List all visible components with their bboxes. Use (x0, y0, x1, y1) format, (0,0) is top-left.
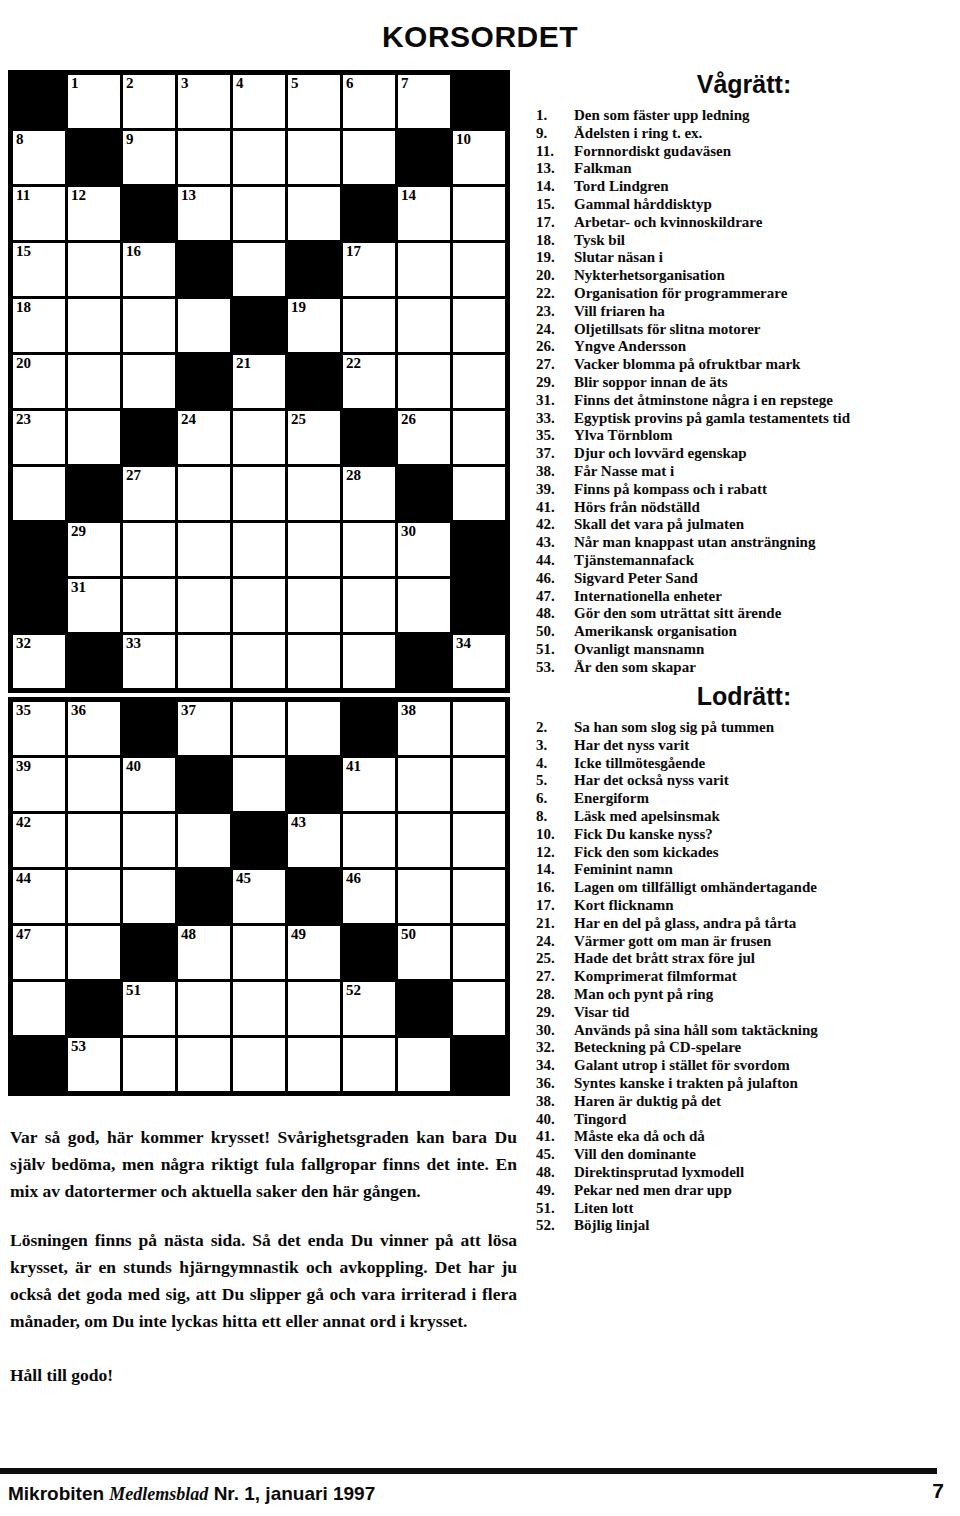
clue-number: 1. (528, 107, 574, 125)
white-cell[interactable] (288, 579, 340, 632)
white-cell[interactable]: 44 (13, 870, 65, 923)
black-cell (453, 579, 505, 632)
white-cell[interactable]: 49 (288, 926, 340, 979)
clue-text: Tingord (574, 1111, 960, 1129)
white-cell[interactable] (453, 702, 505, 755)
black-cell (453, 1038, 505, 1091)
white-cell[interactable] (68, 926, 120, 979)
white-cell[interactable]: 48 (178, 926, 230, 979)
white-cell[interactable]: 39 (13, 758, 65, 811)
white-cell[interactable]: 28 (343, 467, 395, 520)
clue-item: 40.Tingord (528, 1111, 960, 1129)
black-cell (233, 299, 285, 352)
cell-clue-number: 47 (16, 926, 31, 943)
clue-item: 23.Vill friaren ha (528, 303, 960, 321)
cell-clue-number: 11 (16, 187, 30, 204)
clue-text: Tord Lindgren (574, 178, 960, 196)
white-cell[interactable] (453, 467, 505, 520)
white-cell[interactable] (13, 982, 65, 1035)
clue-number: 11. (528, 143, 574, 161)
white-cell[interactable] (398, 355, 450, 408)
cell-clue-number: 3 (181, 75, 189, 92)
clue-item: 38.Får Nasse mat i (528, 463, 960, 481)
white-cell[interactable]: 34 (453, 635, 505, 688)
white-cell[interactable]: 13 (178, 187, 230, 240)
clue-number: 26. (528, 338, 574, 356)
clue-text: Ylva Törnblom (574, 427, 960, 445)
white-cell[interactable] (398, 814, 450, 867)
clue-item: 13.Falkman (528, 160, 960, 178)
white-cell[interactable] (343, 635, 395, 688)
white-cell[interactable]: 1 (68, 75, 120, 128)
clue-item: 14.Tord Lindgren (528, 178, 960, 196)
white-cell[interactable] (453, 926, 505, 979)
white-cell[interactable] (233, 926, 285, 979)
white-cell[interactable] (343, 523, 395, 576)
white-cell[interactable] (398, 579, 450, 632)
white-cell[interactable]: 37 (178, 702, 230, 755)
white-cell[interactable] (123, 523, 175, 576)
clue-item: 28.Man och pynt på ring (528, 986, 960, 1004)
clue-number: 9. (528, 125, 574, 143)
white-cell[interactable] (233, 702, 285, 755)
footer-rule (0, 1468, 937, 1474)
white-cell[interactable] (123, 814, 175, 867)
clue-text: Visar tid (574, 1004, 960, 1022)
white-cell[interactable]: 23 (13, 411, 65, 464)
clue-item: 46.Sigvard Peter Sand (528, 570, 960, 588)
white-cell[interactable]: 33 (123, 635, 175, 688)
white-cell[interactable]: 36 (68, 702, 120, 755)
clue-text: Fick Du kanske nyss? (574, 826, 960, 844)
white-cell[interactable]: 42 (13, 814, 65, 867)
clue-item: 9.Ädelsten i ring t. ex. (528, 125, 960, 143)
white-cell[interactable]: 15 (13, 243, 65, 296)
white-cell[interactable] (178, 814, 230, 867)
down-section: Lodrätt: 2.Sa han som slog sig på tummen… (528, 682, 960, 1235)
white-cell[interactable] (123, 355, 175, 408)
clue-text: Oljetillsats för slitna motorer (574, 321, 960, 339)
cell-clue-number: 15 (16, 243, 31, 260)
intro-paragraph-1: Var så god, här kommer krysset! Svårighe… (10, 1124, 517, 1205)
clue-text: Vacker blomma på ofruktbar mark (574, 356, 960, 374)
black-cell (288, 355, 340, 408)
white-cell[interactable] (233, 579, 285, 632)
cell-clue-number: 21 (236, 355, 251, 372)
white-cell[interactable] (288, 131, 340, 184)
cell-clue-number: 1 (71, 75, 79, 92)
white-cell[interactable]: 9 (123, 131, 175, 184)
white-cell[interactable] (288, 467, 340, 520)
clue-text: Syntes kanske i trakten på julafton (574, 1075, 960, 1093)
cell-clue-number: 20 (16, 355, 31, 372)
magazine-page: KORSORDET 123456789101112131415161718192… (0, 0, 960, 1516)
black-cell (68, 635, 120, 688)
cell-clue-number: 24 (181, 411, 196, 428)
clue-item: 20.Nykterhetsorganisation (528, 267, 960, 285)
clue-item: 48.Direktinsprutad lyxmodell (528, 1164, 960, 1182)
clue-text: Djur och lovvärd egenskap (574, 445, 960, 463)
white-cell[interactable] (453, 982, 505, 1035)
clue-item: 29.Blir soppor innan de äts (528, 374, 960, 392)
clue-text: Fornnordiskt gudaväsen (574, 143, 960, 161)
clue-text: Direktinsprutad lyxmodell (574, 1164, 960, 1182)
clue-number: 22. (528, 285, 574, 303)
white-cell[interactable]: 19 (288, 299, 340, 352)
white-cell[interactable] (178, 982, 230, 1035)
white-cell[interactable] (233, 1038, 285, 1091)
clue-text: Hörs från nödställd (574, 499, 960, 517)
white-cell[interactable]: 3 (178, 75, 230, 128)
cell-clue-number: 34 (456, 635, 471, 652)
black-cell (288, 243, 340, 296)
clue-number: 24. (528, 933, 574, 951)
white-cell[interactable] (233, 635, 285, 688)
white-cell[interactable]: 10 (453, 131, 505, 184)
white-cell[interactable] (178, 299, 230, 352)
cell-clue-number: 33 (126, 635, 141, 652)
white-cell[interactable]: 14 (398, 187, 450, 240)
clue-number: 36. (528, 1075, 574, 1093)
cell-clue-number: 23 (16, 411, 31, 428)
white-cell[interactable] (68, 758, 120, 811)
clue-number: 24. (528, 321, 574, 339)
cell-clue-number: 9 (126, 131, 134, 148)
white-cell[interactable] (453, 870, 505, 923)
clue-number: 4. (528, 755, 574, 773)
clue-item: 52.Böjlig linjal (528, 1217, 960, 1235)
clue-item: 24.Värmer gott om man är frusen (528, 933, 960, 951)
white-cell[interactable]: 38 (398, 702, 450, 755)
black-cell (13, 579, 65, 632)
cell-clue-number: 48 (181, 926, 196, 943)
white-cell[interactable]: 11 (13, 187, 65, 240)
black-cell (123, 187, 175, 240)
clue-text: Man och pynt på ring (574, 986, 960, 1004)
footer-imprint: Mikrobiten Medlemsblad Nr. 1, januari 19… (8, 1483, 375, 1505)
clue-number: 38. (528, 1093, 574, 1111)
clue-item: 27.Vacker blomma på ofruktbar mark (528, 356, 960, 374)
white-cell[interactable] (288, 702, 340, 755)
white-cell[interactable]: 4 (233, 75, 285, 128)
white-cell[interactable]: 16 (123, 243, 175, 296)
white-cell[interactable]: 40 (123, 758, 175, 811)
white-cell[interactable] (398, 1038, 450, 1091)
clue-item: 6.Energiform (528, 790, 960, 808)
clue-text: Pekar ned men drar upp (574, 1182, 960, 1200)
clue-item: 30.Används på sina håll som taktäckning (528, 1022, 960, 1040)
clue-item: 50.Amerikansk organisation (528, 623, 960, 641)
white-cell[interactable]: 30 (398, 523, 450, 576)
clue-number: 20. (528, 267, 574, 285)
white-cell[interactable] (233, 411, 285, 464)
cell-clue-number: 53 (71, 1038, 86, 1055)
white-cell[interactable] (343, 299, 395, 352)
clue-number: 5. (528, 772, 574, 790)
white-cell[interactable]: 26 (398, 411, 450, 464)
cell-clue-number: 10 (456, 131, 471, 148)
white-cell[interactable] (288, 187, 340, 240)
white-cell[interactable] (178, 131, 230, 184)
clue-item: 43.Når man knappast utan ansträngning (528, 534, 960, 552)
clue-number: 21. (528, 915, 574, 933)
cell-clue-number: 46 (346, 870, 361, 887)
white-cell[interactable] (453, 814, 505, 867)
clue-text: Icke tillmötesgående (574, 755, 960, 773)
white-cell[interactable] (453, 355, 505, 408)
clue-item: 24.Oljetillsats för slitna motorer (528, 321, 960, 339)
white-cell[interactable] (233, 982, 285, 1035)
white-cell[interactable] (233, 187, 285, 240)
black-cell (68, 982, 120, 1035)
white-cell[interactable] (68, 411, 120, 464)
cell-clue-number: 52 (346, 982, 361, 999)
clue-number: 27. (528, 356, 574, 374)
clue-text: Blir soppor innan de äts (574, 374, 960, 392)
clue-text: Läsk med apelsinsmak (574, 808, 960, 826)
white-cell[interactable] (453, 299, 505, 352)
white-cell[interactable]: 46 (343, 870, 395, 923)
clue-text: Skall det vara på julmaten (574, 516, 960, 534)
intro-greeting: Håll till godo! (10, 1362, 517, 1389)
white-cell[interactable]: 12 (68, 187, 120, 240)
clue-number: 44. (528, 552, 574, 570)
clue-text: Används på sina håll som taktäckning (574, 1022, 960, 1040)
clue-number: 29. (528, 374, 574, 392)
white-cell[interactable]: 21 (233, 355, 285, 408)
white-cell[interactable] (288, 635, 340, 688)
clue-number: 51. (528, 1200, 574, 1218)
white-cell[interactable]: 41 (343, 758, 395, 811)
clue-number: 30. (528, 1022, 574, 1040)
black-cell (123, 411, 175, 464)
black-cell (178, 355, 230, 408)
white-cell[interactable]: 18 (13, 299, 65, 352)
clue-number: 27. (528, 968, 574, 986)
clue-text: Feminint namn (574, 861, 960, 879)
clue-number: 46. (528, 570, 574, 588)
white-cell[interactable]: 32 (13, 635, 65, 688)
down-list: 2.Sa han som slog sig på tummen3.Har det… (528, 719, 960, 1235)
white-cell[interactable] (453, 758, 505, 811)
crossword-grid: 1234567891011121314151617181920212223242… (8, 70, 510, 1096)
white-cell[interactable]: 27 (123, 467, 175, 520)
clue-number: 53. (528, 659, 574, 677)
white-cell[interactable] (123, 299, 175, 352)
clue-number: 50. (528, 623, 574, 641)
white-cell[interactable] (288, 1038, 340, 1091)
clue-text: Har en del på glass, andra på tårta (574, 915, 960, 933)
white-cell[interactable] (453, 243, 505, 296)
white-cell[interactable] (13, 467, 65, 520)
black-cell (398, 467, 450, 520)
clue-text: Egyptisk provins på gamla testamentets t… (574, 410, 960, 428)
white-cell[interactable] (68, 243, 120, 296)
clue-number: 41. (528, 499, 574, 517)
white-cell[interactable] (233, 243, 285, 296)
clue-number: 8. (528, 808, 574, 826)
white-cell[interactable]: 22 (343, 355, 395, 408)
cell-clue-number: 32 (16, 635, 31, 652)
clue-number: 52. (528, 1217, 574, 1235)
white-cell[interactable]: 7 (398, 75, 450, 128)
white-cell[interactable] (123, 1038, 175, 1091)
white-cell[interactable]: 29 (68, 523, 120, 576)
clue-item: 3.Har det nyss varit (528, 737, 960, 755)
clue-text: Måste eka då och då (574, 1128, 960, 1146)
black-cell (13, 75, 65, 128)
clue-number: 42. (528, 516, 574, 534)
black-cell (343, 411, 395, 464)
cell-clue-number: 29 (71, 523, 86, 540)
white-cell[interactable] (68, 355, 120, 408)
white-cell[interactable] (233, 131, 285, 184)
black-cell (453, 523, 505, 576)
black-cell (178, 243, 230, 296)
clue-item: 41.Måste eka då och då (528, 1128, 960, 1146)
white-cell[interactable]: 2 (123, 75, 175, 128)
clue-number: 45. (528, 1146, 574, 1164)
white-cell[interactable]: 6 (343, 75, 395, 128)
clue-item: 22.Organisation för programmerare (528, 285, 960, 303)
white-cell[interactable] (398, 758, 450, 811)
clue-text: Internationella enheter (574, 588, 960, 606)
magazine-subtitle: Medlemsblad (109, 1484, 208, 1504)
clue-text: Når man knappast utan ansträngning (574, 534, 960, 552)
clue-text: Finns det åtminstone några i en repstege (574, 392, 960, 410)
white-cell[interactable]: 43 (288, 814, 340, 867)
cell-clue-number: 22 (346, 355, 361, 372)
white-cell[interactable] (398, 299, 450, 352)
white-cell[interactable] (68, 814, 120, 867)
clue-text: Amerikansk organisation (574, 623, 960, 641)
clue-text: Kort flicknamn (574, 897, 960, 915)
white-cell[interactable] (233, 467, 285, 520)
white-cell[interactable] (343, 131, 395, 184)
clue-item: 48.Gör den som uträttat sitt ärende (528, 605, 960, 623)
clue-item: 4.Icke tillmötesgående (528, 755, 960, 773)
clue-text: Har det också nyss varit (574, 772, 960, 790)
white-cell[interactable] (288, 523, 340, 576)
black-cell (233, 814, 285, 867)
white-cell[interactable]: 8 (13, 131, 65, 184)
white-cell[interactable]: 50 (398, 926, 450, 979)
white-cell[interactable]: 52 (343, 982, 395, 1035)
white-cell[interactable] (178, 579, 230, 632)
black-cell (453, 75, 505, 128)
clue-item: 41.Hörs från nödställd (528, 499, 960, 517)
clue-text: Sigvard Peter Sand (574, 570, 960, 588)
white-cell[interactable] (68, 870, 120, 923)
black-cell (288, 758, 340, 811)
clue-item: 15.Gammal hårddisktyp (528, 196, 960, 214)
cell-clue-number: 14 (401, 187, 416, 204)
clue-item: 12.Fick den som kickades (528, 844, 960, 862)
white-cell[interactable] (398, 870, 450, 923)
clue-item: 16.Lagen om tillfälligt omhändertagande (528, 879, 960, 897)
white-cell[interactable] (453, 411, 505, 464)
white-cell[interactable]: 24 (178, 411, 230, 464)
white-cell[interactable] (343, 814, 395, 867)
white-cell[interactable] (178, 1038, 230, 1091)
white-cell[interactable]: 45 (233, 870, 285, 923)
cell-clue-number: 19 (291, 299, 306, 316)
white-cell[interactable]: 31 (68, 579, 120, 632)
white-cell[interactable] (178, 523, 230, 576)
white-cell[interactable] (233, 758, 285, 811)
clue-item: 32.Beteckning på CD-spelare (528, 1039, 960, 1057)
white-cell[interactable] (398, 243, 450, 296)
clue-item: 49.Pekar ned men drar upp (528, 1182, 960, 1200)
white-cell[interactable] (343, 579, 395, 632)
cell-clue-number: 38 (401, 702, 416, 719)
cell-clue-number: 18 (16, 299, 31, 316)
clue-item: 34.Galant utrop i stället för svordom (528, 1057, 960, 1075)
black-cell (178, 758, 230, 811)
black-cell (398, 635, 450, 688)
black-cell (398, 982, 450, 1035)
clue-text: Nykterhetsorganisation (574, 267, 960, 285)
cell-clue-number: 35 (16, 702, 31, 719)
white-cell[interactable] (68, 299, 120, 352)
white-cell[interactable]: 53 (68, 1038, 120, 1091)
white-cell[interactable]: 47 (13, 926, 65, 979)
black-cell (288, 870, 340, 923)
clue-text: Ädelsten i ring t. ex. (574, 125, 960, 143)
clue-item: 21.Har en del på glass, andra på tårta (528, 915, 960, 933)
clue-text: Den som fäster upp ledning (574, 107, 960, 125)
black-cell (123, 926, 175, 979)
white-cell[interactable]: 35 (13, 702, 65, 755)
clue-text: Slutar näsan i (574, 249, 960, 267)
magazine-name: Mikrobiten (8, 1483, 104, 1504)
white-cell[interactable]: 20 (13, 355, 65, 408)
cell-clue-number: 26 (401, 411, 416, 428)
white-cell[interactable]: 17 (343, 243, 395, 296)
white-cell[interactable] (178, 635, 230, 688)
white-cell[interactable] (453, 187, 505, 240)
clue-number: 14. (528, 178, 574, 196)
clue-number: 19. (528, 249, 574, 267)
clue-number: 49. (528, 1182, 574, 1200)
white-cell[interactable] (343, 1038, 395, 1091)
white-cell[interactable] (178, 467, 230, 520)
clue-text: Får Nasse mat i (574, 463, 960, 481)
white-cell[interactable]: 51 (123, 982, 175, 1035)
clue-text: Arbetar- och kvinnoskildrare (574, 214, 960, 232)
black-cell (68, 467, 120, 520)
white-cell[interactable]: 5 (288, 75, 340, 128)
clue-number: 6. (528, 790, 574, 808)
clue-text: Falkman (574, 160, 960, 178)
cell-clue-number: 6 (346, 75, 354, 92)
cell-clue-number: 49 (291, 926, 306, 943)
clue-text: Hade det brått strax före jul (574, 950, 960, 968)
clue-text: Gammal hårddisktyp (574, 196, 960, 214)
clue-item: 36.Syntes kanske i trakten på julafton (528, 1075, 960, 1093)
white-cell[interactable] (123, 870, 175, 923)
white-cell[interactable] (123, 579, 175, 632)
clue-item: 31.Finns det åtminstone några i en repst… (528, 392, 960, 410)
clue-text: Vill den dominante (574, 1146, 960, 1164)
clue-text: Är den som skapar (574, 659, 960, 677)
white-cell[interactable]: 25 (288, 411, 340, 464)
clue-text: Böjlig linjal (574, 1217, 960, 1235)
white-cell[interactable] (288, 982, 340, 1035)
clue-text: Har det nyss varit (574, 737, 960, 755)
white-cell[interactable] (233, 523, 285, 576)
clue-number: 25. (528, 950, 574, 968)
